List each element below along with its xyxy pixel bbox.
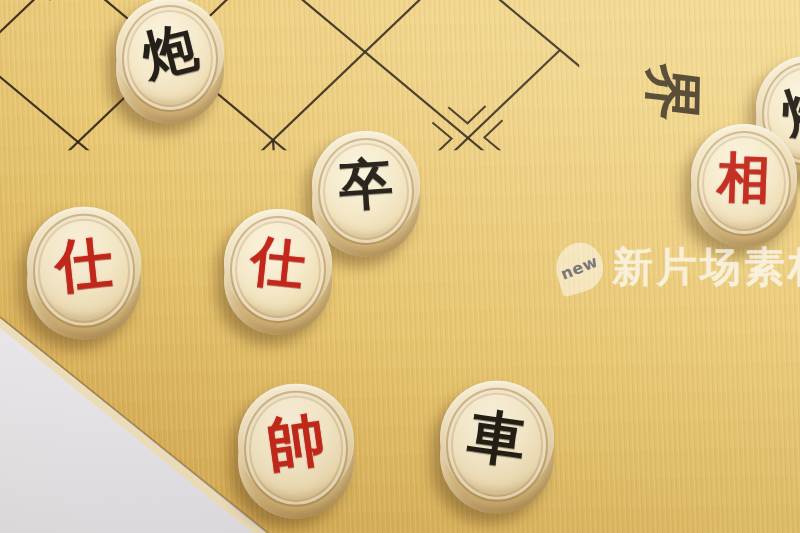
piece-red-elephant[interactable]: 相: [691, 124, 797, 243]
piece-red-general[interactable]: 帥: [238, 384, 354, 514]
piece-red-advisor-b[interactable]: 仕: [224, 209, 332, 330]
piece-glyph-red: 仕: [21, 201, 146, 327]
piece-red-advisor-a[interactable]: 仕: [27, 207, 141, 335]
piece-glyph-red: 相: [689, 122, 799, 232]
piece-glyph-red: 仕: [219, 204, 338, 324]
piece-black-chariot[interactable]: 車: [440, 381, 554, 509]
xiangqi-photo: 界 炮卒仕仕相帥車炮 new 新片场素材: [0, 0, 800, 533]
piece-glyph-black: 炮: [104, 0, 235, 118]
piece-glyph-black: 車: [433, 373, 562, 503]
piece-glyph-red: 帥: [230, 376, 361, 508]
piece-black-cannon-a[interactable]: 炮: [116, 0, 224, 119]
